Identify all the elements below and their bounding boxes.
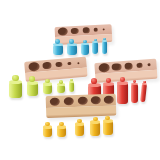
socket-hole [90, 96, 101, 105]
socket-hole [28, 62, 40, 72]
socket-hole [77, 96, 88, 105]
cylinder-top-surface [102, 40, 107, 43]
cylinder-yellow-4 [90, 122, 100, 136]
socket-hole [124, 63, 132, 70]
cylinder-yellow-3 [75, 124, 84, 136]
socket-hole [63, 97, 74, 106]
cylinder-red-5 [140, 84, 147, 102]
socket-hole [82, 27, 89, 33]
cylinder-red-3 [117, 83, 128, 104]
cylinder-blue-5 [102, 41, 107, 54]
cylinder-blue-2 [67, 45, 77, 55]
cylinder-blue-4 [92, 42, 98, 54]
socket-hole [70, 27, 79, 34]
socket-hole [102, 28, 105, 30]
socket-hole [112, 63, 122, 71]
socket-hole [49, 97, 60, 106]
cylinder-knob [83, 40, 87, 44]
cylinder-knob [94, 39, 97, 42]
cylinder-green-4 [57, 85, 65, 94]
cylinder-top-surface [131, 83, 138, 86]
socket-hole [98, 63, 110, 73]
socket-hole [42, 62, 52, 70]
cylinder-blue-1 [53, 45, 63, 55]
socket-hole [58, 27, 68, 36]
socket-hole [93, 28, 98, 32]
cylinder-green-5 [69, 82, 74, 92]
cylinder-top-surface [69, 81, 74, 84]
cylinder-knob [93, 117, 98, 122]
socket-hole [103, 95, 114, 104]
cylinder-knob [70, 79, 73, 82]
cylinder-block-yellow [46, 94, 117, 118]
product-photo-scene [0, 0, 160, 160]
socket-hole [67, 62, 72, 66]
socket-hole [77, 62, 80, 64]
cylinder-knob [103, 38, 106, 41]
cylinder-green-3 [43, 84, 52, 94]
socket-hole [137, 63, 143, 68]
cylinder-knob [29, 76, 35, 81]
cylinder-yellow-5 [103, 121, 113, 135]
cylinder-green-2 [27, 83, 39, 97]
socket-hole [147, 63, 150, 66]
cylinder-green-1 [9, 82, 22, 98]
cylinder-blue-3 [81, 44, 89, 55]
cylinder-yellow-2 [57, 127, 66, 137]
cylinder-knob [69, 39, 74, 44]
cylinder-top-surface [81, 43, 89, 46]
cylinder-knob [12, 75, 19, 81]
cylinder-top-surface [92, 41, 98, 44]
cylinder-red-4 [131, 84, 138, 103]
cylinder-knob [59, 80, 63, 84]
socket-hole [55, 61, 62, 67]
cylinder-yellow-1 [43, 127, 52, 137]
cylinder-block-red [94, 59, 157, 83]
cylinder-knob [55, 39, 60, 44]
